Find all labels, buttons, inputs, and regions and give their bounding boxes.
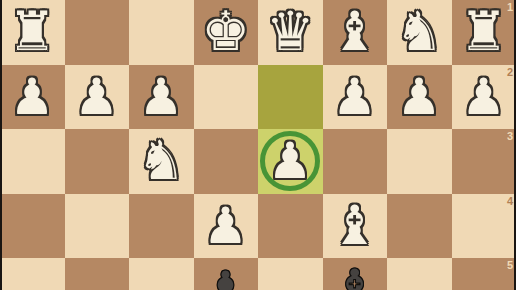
square-h4[interactable] bbox=[0, 194, 65, 259]
square-c5[interactable]: ♝ bbox=[323, 258, 388, 290]
board-grid: ♜♚♛♝♞1♜♟♟♟♟♟2♟♞♟3♟♝4♟♝5 bbox=[0, 0, 516, 290]
piece-white-pawn-h2[interactable]: ♟ bbox=[0, 65, 65, 130]
square-f3[interactable]: ♞ bbox=[129, 129, 194, 194]
piece-white-rook-h1[interactable]: ♜ bbox=[0, 0, 65, 65]
piece-white-pawn-a2[interactable]: ♟ bbox=[452, 65, 516, 130]
square-b2[interactable]: ♟ bbox=[387, 65, 452, 130]
piece-white-pawn-c2[interactable]: ♟ bbox=[323, 65, 388, 130]
piece-white-pawn-e4[interactable]: ♟ bbox=[194, 194, 259, 259]
square-e2[interactable] bbox=[194, 65, 259, 130]
square-c3[interactable] bbox=[323, 129, 388, 194]
square-g4[interactable] bbox=[65, 194, 130, 259]
square-a3[interactable]: 3 bbox=[452, 129, 516, 194]
square-a1[interactable]: 1♜ bbox=[452, 0, 516, 65]
rank-label-5: 5 bbox=[507, 259, 513, 272]
square-g2[interactable]: ♟ bbox=[65, 65, 130, 130]
square-h3[interactable] bbox=[0, 129, 65, 194]
square-c2[interactable]: ♟ bbox=[323, 65, 388, 130]
square-e1[interactable]: ♚ bbox=[194, 0, 259, 65]
piece-white-knight-b1[interactable]: ♞ bbox=[387, 0, 452, 65]
rank-label-3: 3 bbox=[507, 130, 513, 143]
piece-black-bishop-c5[interactable]: ♝ bbox=[323, 258, 388, 290]
square-d2[interactable] bbox=[258, 65, 323, 130]
piece-white-pawn-f2[interactable]: ♟ bbox=[129, 65, 194, 130]
square-f4[interactable] bbox=[129, 194, 194, 259]
square-b4[interactable] bbox=[387, 194, 452, 259]
square-f2[interactable]: ♟ bbox=[129, 65, 194, 130]
square-a5[interactable]: 5 bbox=[452, 258, 516, 290]
square-f1[interactable] bbox=[129, 0, 194, 65]
square-b1[interactable]: ♞ bbox=[387, 0, 452, 65]
piece-black-pawn-e5[interactable]: ♟ bbox=[194, 258, 259, 290]
square-d5[interactable] bbox=[258, 258, 323, 290]
square-f5[interactable] bbox=[129, 258, 194, 290]
piece-white-rook-a1[interactable]: ♜ bbox=[452, 0, 516, 65]
piece-white-pawn-g2[interactable]: ♟ bbox=[65, 65, 130, 130]
square-g3[interactable] bbox=[65, 129, 130, 194]
chess-board-viewport: ♜♚♛♝♞1♜♟♟♟♟♟2♟♞♟3♟♝4♟♝5 bbox=[0, 0, 516, 290]
piece-white-pawn-b2[interactable]: ♟ bbox=[387, 65, 452, 130]
square-h2[interactable]: ♟ bbox=[0, 65, 65, 130]
square-d1[interactable]: ♛ bbox=[258, 0, 323, 65]
rank-label-4: 4 bbox=[507, 195, 513, 208]
square-b5[interactable] bbox=[387, 258, 452, 290]
square-e5[interactable]: ♟ bbox=[194, 258, 259, 290]
piece-white-bishop-c1[interactable]: ♝ bbox=[323, 0, 388, 65]
square-g1[interactable] bbox=[65, 0, 130, 65]
square-e3[interactable] bbox=[194, 129, 259, 194]
square-a2[interactable]: 2♟ bbox=[452, 65, 516, 130]
square-e4[interactable]: ♟ bbox=[194, 194, 259, 259]
piece-white-knight-f3[interactable]: ♞ bbox=[129, 129, 194, 194]
square-d3[interactable]: ♟ bbox=[258, 129, 323, 194]
piece-white-queen-d1[interactable]: ♛ bbox=[258, 0, 323, 65]
square-a4[interactable]: 4 bbox=[452, 194, 516, 259]
square-c4[interactable]: ♝ bbox=[323, 194, 388, 259]
piece-white-king-e1[interactable]: ♚ bbox=[194, 0, 259, 65]
piece-white-pawn-d3[interactable]: ♟ bbox=[258, 129, 323, 194]
square-b3[interactable] bbox=[387, 129, 452, 194]
square-h1[interactable]: ♜ bbox=[0, 0, 65, 65]
square-g5[interactable] bbox=[65, 258, 130, 290]
square-d4[interactable] bbox=[258, 194, 323, 259]
piece-white-bishop-c4[interactable]: ♝ bbox=[323, 194, 388, 259]
square-c1[interactable]: ♝ bbox=[323, 0, 388, 65]
square-h5[interactable] bbox=[0, 258, 65, 290]
